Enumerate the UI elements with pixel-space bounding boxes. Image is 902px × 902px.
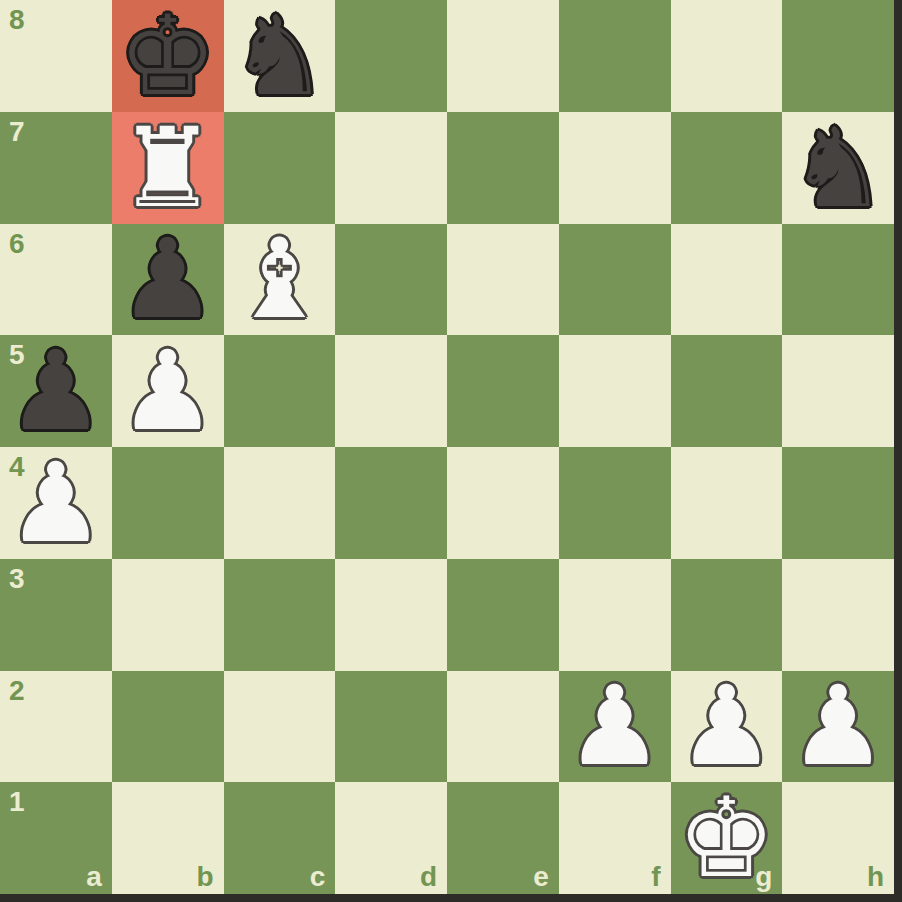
file-label-d: d <box>420 861 437 893</box>
square-e5[interactable] <box>447 335 559 447</box>
piece-black-king[interactable]: ♚ <box>112 0 224 112</box>
square-b7[interactable]: ♜ <box>112 112 224 224</box>
file-label-e: e <box>533 861 549 893</box>
piece-white-pawn[interactable]: ♟ <box>112 335 224 447</box>
file-label-c: c <box>310 861 326 893</box>
square-b4[interactable] <box>112 447 224 559</box>
square-c1[interactable]: c <box>224 782 336 894</box>
square-h5[interactable] <box>782 335 894 447</box>
piece-white-rook[interactable]: ♜ <box>112 112 224 224</box>
square-f1[interactable]: f <box>559 782 671 894</box>
square-h1[interactable]: h <box>782 782 894 894</box>
square-e7[interactable] <box>447 112 559 224</box>
square-d5[interactable] <box>335 335 447 447</box>
piece-white-bishop[interactable]: ♝ <box>224 224 336 336</box>
square-e4[interactable] <box>447 447 559 559</box>
square-c4[interactable] <box>224 447 336 559</box>
square-b6[interactable]: ♟ <box>112 224 224 336</box>
square-d7[interactable] <box>335 112 447 224</box>
square-a8[interactable]: 8 <box>0 0 112 112</box>
square-d1[interactable]: d <box>335 782 447 894</box>
rank-label-2: 2 <box>9 675 25 707</box>
square-g7[interactable] <box>671 112 783 224</box>
square-c5[interactable] <box>224 335 336 447</box>
square-a4[interactable]: 4♟ <box>0 447 112 559</box>
square-d8[interactable] <box>335 0 447 112</box>
square-b5[interactable]: ♟ <box>112 335 224 447</box>
rank-label-7: 7 <box>9 116 25 148</box>
square-a6[interactable]: 6 <box>0 224 112 336</box>
square-c8[interactable]: ♞ <box>224 0 336 112</box>
square-a7[interactable]: 7 <box>0 112 112 224</box>
square-c6[interactable]: ♝ <box>224 224 336 336</box>
square-a3[interactable]: 3 <box>0 559 112 671</box>
rank-label-1: 1 <box>9 786 25 818</box>
square-h4[interactable] <box>782 447 894 559</box>
file-label-f: f <box>651 861 660 893</box>
square-f5[interactable] <box>559 335 671 447</box>
square-g2[interactable]: ♟ <box>671 671 783 783</box>
square-h3[interactable] <box>782 559 894 671</box>
piece-black-pawn[interactable]: ♟ <box>0 335 112 447</box>
square-d6[interactable] <box>335 224 447 336</box>
square-g3[interactable] <box>671 559 783 671</box>
piece-white-pawn[interactable]: ♟ <box>782 671 894 783</box>
square-g5[interactable] <box>671 335 783 447</box>
file-label-b: b <box>196 861 213 893</box>
square-f3[interactable] <box>559 559 671 671</box>
square-b2[interactable] <box>112 671 224 783</box>
square-g4[interactable] <box>671 447 783 559</box>
square-f6[interactable] <box>559 224 671 336</box>
square-h2[interactable]: ♟ <box>782 671 894 783</box>
rank-label-8: 8 <box>9 4 25 36</box>
square-d2[interactable] <box>335 671 447 783</box>
square-e1[interactable]: e <box>447 782 559 894</box>
piece-white-pawn[interactable]: ♟ <box>559 671 671 783</box>
square-b1[interactable]: b <box>112 782 224 894</box>
square-h7[interactable]: ♞ <box>782 112 894 224</box>
piece-black-pawn[interactable]: ♟ <box>112 224 224 336</box>
square-c7[interactable] <box>224 112 336 224</box>
square-g6[interactable] <box>671 224 783 336</box>
square-b3[interactable] <box>112 559 224 671</box>
square-c2[interactable] <box>224 671 336 783</box>
square-g1[interactable]: g♚ <box>671 782 783 894</box>
square-f2[interactable]: ♟ <box>559 671 671 783</box>
square-e8[interactable] <box>447 0 559 112</box>
piece-white-king[interactable]: ♚ <box>671 782 783 894</box>
square-e3[interactable] <box>447 559 559 671</box>
square-e6[interactable] <box>447 224 559 336</box>
square-d4[interactable] <box>335 447 447 559</box>
square-d3[interactable] <box>335 559 447 671</box>
square-g8[interactable] <box>671 0 783 112</box>
rank-label-3: 3 <box>9 563 25 595</box>
square-a2[interactable]: 2 <box>0 671 112 783</box>
piece-black-knight[interactable]: ♞ <box>782 112 894 224</box>
square-f4[interactable] <box>559 447 671 559</box>
square-c3[interactable] <box>224 559 336 671</box>
rank-label-6: 6 <box>9 228 25 260</box>
piece-black-knight[interactable]: ♞ <box>224 0 336 112</box>
square-f7[interactable] <box>559 112 671 224</box>
square-f8[interactable] <box>559 0 671 112</box>
file-label-h: h <box>867 861 884 893</box>
piece-white-pawn[interactable]: ♟ <box>671 671 783 783</box>
square-a1[interactable]: 1a <box>0 782 112 894</box>
square-a5[interactable]: 5♟ <box>0 335 112 447</box>
square-h6[interactable] <box>782 224 894 336</box>
chess-board: 8♚♞7♜♞6♟♝5♟♟4♟32♟♟♟1abcdefg♚h <box>0 0 894 894</box>
square-b8[interactable]: ♚ <box>112 0 224 112</box>
file-label-a: a <box>86 861 102 893</box>
square-h8[interactable] <box>782 0 894 112</box>
piece-white-pawn[interactable]: ♟ <box>0 447 112 559</box>
square-e2[interactable] <box>447 671 559 783</box>
